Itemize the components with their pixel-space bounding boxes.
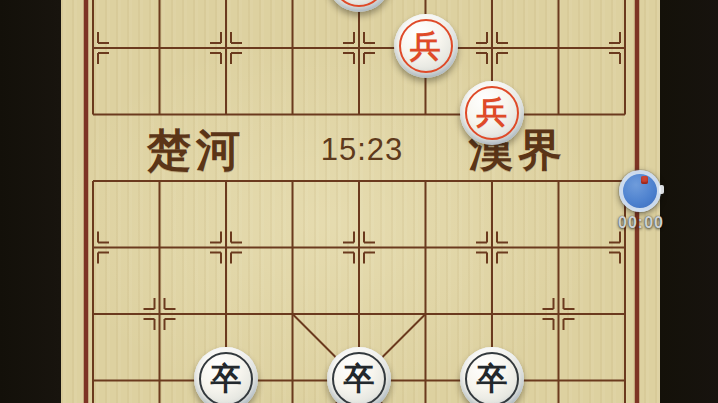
piece-red-soldier[interactable]: 兵 [327, 0, 391, 12]
river-label-chu: 楚河 [147, 121, 245, 180]
board-grid [61, 0, 660, 403]
side-clock: 00:00 [618, 214, 664, 232]
river-timer: 15:23 [321, 132, 404, 168]
stopwatch-crown-icon [659, 185, 664, 194]
stopwatch-button-icon [641, 176, 648, 184]
piece-character: 卒 [460, 347, 524, 403]
piece-character: 兵 [460, 81, 524, 145]
piece-red-soldier[interactable]: 兵 [460, 81, 524, 145]
piece-character: 兵 [327, 0, 391, 12]
stopwatch-icon [619, 170, 661, 212]
piece-black-soldier[interactable]: 卒 [327, 347, 391, 403]
xiangqi-board[interactable]: 楚河 15:23 漢界 兵兵兵卒卒卒 [61, 0, 660, 403]
piece-black-soldier[interactable]: 卒 [194, 347, 258, 403]
piece-character: 卒 [327, 347, 391, 403]
letterbox-left [0, 0, 61, 403]
piece-character: 卒 [194, 347, 258, 403]
game-stage: 楚河 15:23 漢界 兵兵兵卒卒卒 00:00 [0, 0, 718, 403]
piece-red-soldier[interactable]: 兵 [394, 14, 458, 78]
piece-black-soldier[interactable]: 卒 [460, 347, 524, 403]
piece-character: 兵 [394, 14, 458, 78]
letterbox-right [660, 0, 718, 403]
